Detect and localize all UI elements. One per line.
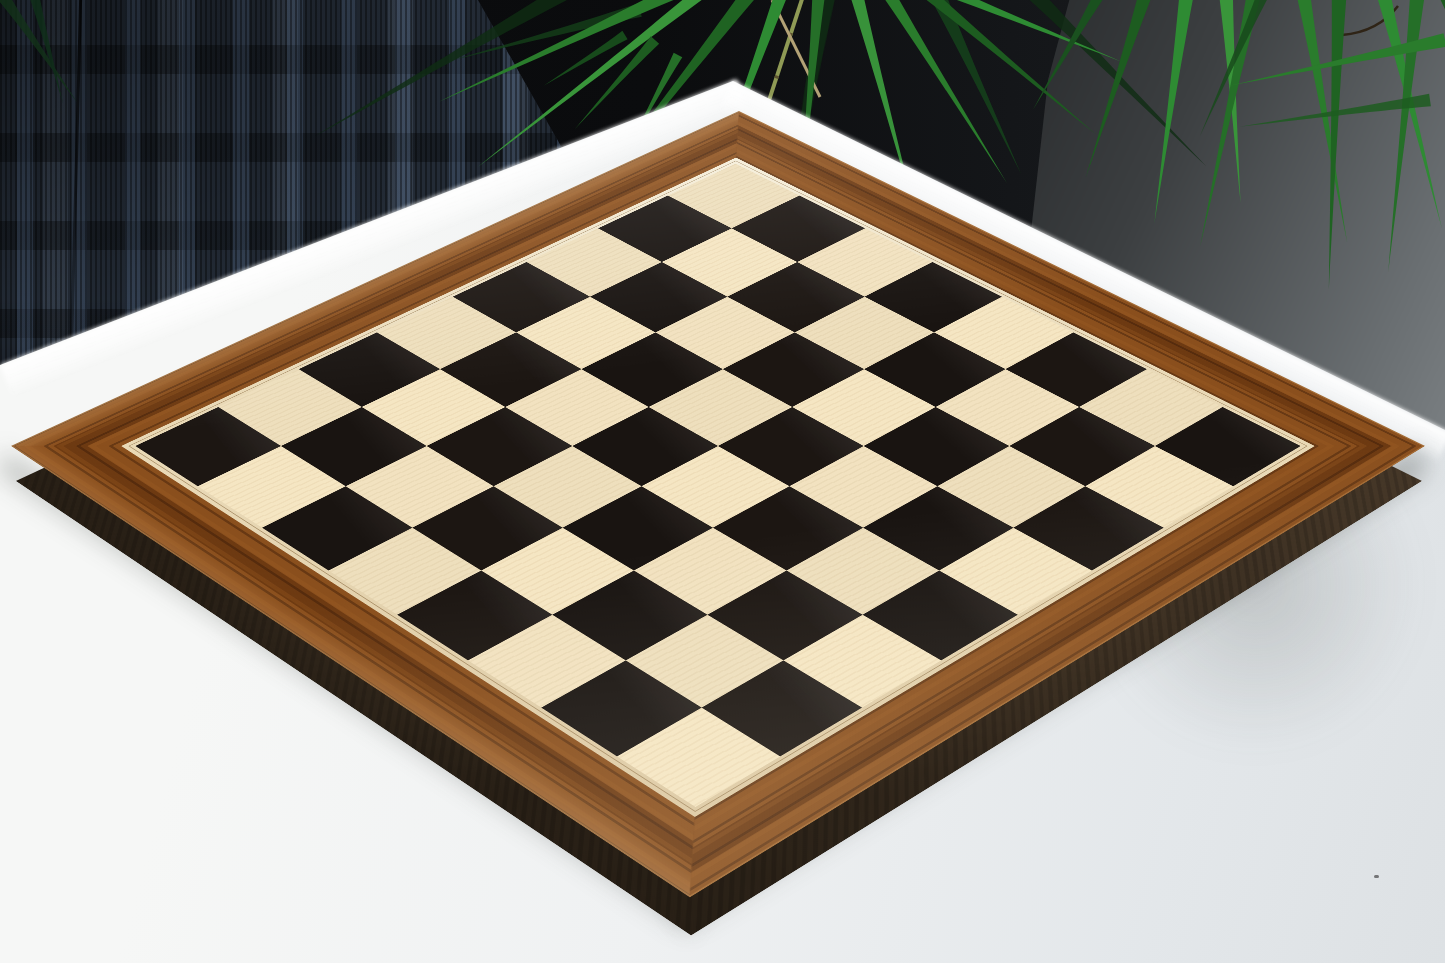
square	[1085, 446, 1233, 528]
square	[262, 486, 412, 570]
board-perspective-scene	[0, 0, 1445, 963]
square	[1013, 486, 1163, 570]
square	[617, 708, 780, 807]
board-top-face	[11, 111, 1425, 897]
square	[863, 486, 1013, 570]
square	[713, 486, 863, 570]
square	[481, 528, 634, 615]
square	[397, 571, 552, 661]
square	[552, 571, 707, 661]
photo-stage	[0, 0, 1445, 963]
square	[346, 446, 494, 528]
square	[707, 571, 862, 661]
square	[642, 446, 790, 528]
square	[937, 446, 1085, 528]
board-squares-grid	[135, 164, 1300, 807]
frame-near-right-side	[628, 416, 1425, 897]
square	[634, 528, 787, 615]
square	[541, 660, 701, 756]
square	[198, 446, 346, 528]
frame-near-left-side	[11, 416, 756, 897]
square	[563, 486, 713, 570]
square	[787, 528, 940, 615]
square	[329, 528, 482, 615]
square	[626, 615, 784, 708]
square	[494, 446, 642, 528]
square	[412, 486, 562, 570]
square	[468, 615, 626, 708]
chess-board	[11, 111, 1425, 897]
square	[702, 660, 862, 756]
square	[783, 615, 941, 708]
square	[863, 571, 1018, 661]
square	[939, 528, 1092, 615]
square	[789, 446, 937, 528]
